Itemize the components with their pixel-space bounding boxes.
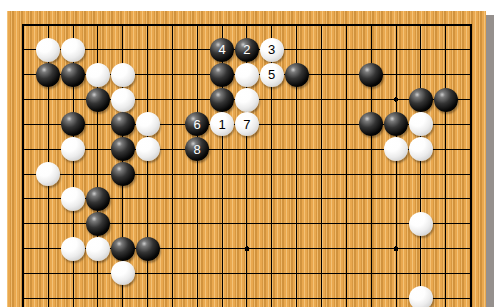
stone-white [136, 112, 160, 136]
stone-white [86, 63, 110, 87]
stones-layer: 42356178 [11, 13, 483, 307]
stone-black [285, 63, 309, 87]
stone-black [86, 187, 110, 211]
stone-black [359, 112, 383, 136]
move-1-stone-white: 1 [210, 112, 234, 136]
stone-black [86, 88, 110, 112]
stone-black [136, 237, 160, 261]
stone-black [384, 112, 408, 136]
stone-white [36, 162, 60, 186]
stone-black [111, 162, 135, 186]
stone-black [434, 88, 458, 112]
stone-white [136, 137, 160, 161]
stone-white [409, 137, 433, 161]
stone-white [409, 112, 433, 136]
go-board[interactable]: 42356178 [7, 11, 486, 307]
stone-white [111, 261, 135, 285]
stone-black [359, 63, 383, 87]
move-2-stone-black: 2 [235, 38, 259, 62]
stone-white [61, 237, 85, 261]
stone-white [111, 88, 135, 112]
move-4-stone-black: 4 [210, 38, 234, 62]
stone-black [36, 63, 60, 87]
move-6-stone-black: 6 [185, 112, 209, 136]
stone-white [111, 63, 135, 87]
stone-black [61, 112, 85, 136]
stone-black [61, 63, 85, 87]
stone-white [61, 187, 85, 211]
stone-white [409, 212, 433, 236]
move-5-stone-white: 5 [260, 63, 284, 87]
stone-black [409, 88, 433, 112]
stone-black [210, 63, 234, 87]
stone-black [86, 212, 110, 236]
stone-white [36, 38, 60, 62]
move-8-stone-black: 8 [185, 137, 209, 161]
stone-black [111, 112, 135, 136]
stone-white [61, 38, 85, 62]
move-7-stone-white: 7 [235, 112, 259, 136]
stone-white [384, 137, 408, 161]
stone-white [86, 237, 110, 261]
stone-white [61, 137, 85, 161]
stone-black [111, 237, 135, 261]
stone-black [111, 137, 135, 161]
stone-white [409, 286, 433, 307]
stone-black [210, 88, 234, 112]
stone-white [235, 88, 259, 112]
move-3-stone-white: 3 [260, 38, 284, 62]
stone-white [235, 63, 259, 87]
